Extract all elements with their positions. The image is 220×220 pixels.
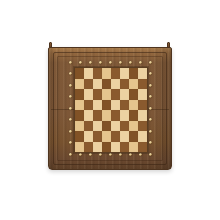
board-square — [93, 142, 102, 153]
board-square — [120, 100, 129, 111]
board-square — [102, 142, 111, 153]
board-square — [111, 131, 120, 142]
board-square — [120, 110, 129, 121]
brass-stud — [69, 95, 72, 98]
board-square — [138, 100, 147, 111]
board-square — [138, 79, 147, 90]
brass-stud — [69, 153, 72, 156]
brass-stud — [69, 84, 72, 87]
board-square — [102, 110, 111, 121]
brass-stud — [89, 61, 92, 64]
board-square — [138, 131, 147, 142]
board-square — [120, 68, 129, 79]
board-square — [75, 142, 84, 153]
board-square — [129, 68, 138, 79]
board-square — [138, 142, 147, 153]
board-square — [111, 142, 120, 153]
brass-stud — [69, 141, 72, 144]
board-square — [120, 131, 129, 142]
board-square — [84, 89, 93, 100]
board-square — [129, 121, 138, 132]
board-square — [84, 100, 93, 111]
board-square — [75, 89, 84, 100]
board-square — [75, 121, 84, 132]
board-square — [129, 89, 138, 100]
brass-stud — [149, 95, 152, 98]
brass-stud — [149, 61, 152, 64]
board-square — [138, 121, 147, 132]
board-square — [93, 68, 102, 79]
brass-stud — [149, 141, 152, 144]
board-square — [84, 131, 93, 142]
brass-stud — [79, 61, 82, 64]
board-square — [111, 79, 120, 90]
board-square — [138, 89, 147, 100]
board-square — [93, 79, 102, 90]
board-square — [75, 110, 84, 121]
brass-stud — [99, 61, 102, 64]
board-square — [84, 121, 93, 132]
board-square — [84, 110, 93, 121]
board-square — [75, 131, 84, 142]
board-square — [84, 79, 93, 90]
board-square — [120, 89, 129, 100]
board-playing-area — [74, 67, 148, 153]
board-square — [102, 121, 111, 132]
board-square — [111, 121, 120, 132]
brass-stud — [69, 72, 72, 75]
board-square — [111, 110, 120, 121]
board-square — [93, 100, 102, 111]
brass-stud — [149, 72, 152, 75]
board-square — [129, 79, 138, 90]
product-photo — [0, 0, 220, 220]
board-square — [129, 131, 138, 142]
board-square — [102, 89, 111, 100]
board-square — [93, 89, 102, 100]
board-square — [84, 142, 93, 153]
board-square — [93, 110, 102, 121]
board-square — [75, 100, 84, 111]
brass-stud — [149, 107, 152, 110]
brass-stud — [139, 61, 142, 64]
board-square — [84, 68, 93, 79]
board-square — [120, 142, 129, 153]
board-square — [102, 68, 111, 79]
brass-stud — [109, 61, 112, 64]
brass-stud — [149, 84, 152, 87]
board-square — [111, 89, 120, 100]
board-square — [120, 121, 129, 132]
board-square — [93, 121, 102, 132]
brass-stud — [149, 130, 152, 133]
board-square — [93, 131, 102, 142]
board-square — [120, 79, 129, 90]
brass-stud — [69, 130, 72, 133]
board-square — [102, 100, 111, 111]
board-square — [102, 79, 111, 90]
board-square — [102, 131, 111, 142]
board-square — [129, 100, 138, 111]
board-square — [75, 68, 84, 79]
brass-stud — [149, 153, 152, 156]
chess-board — [48, 47, 172, 170]
board-square — [75, 79, 84, 90]
board-square — [138, 68, 147, 79]
board-square — [111, 100, 120, 111]
brass-stud — [119, 61, 122, 64]
brass-stud — [129, 61, 132, 64]
brass-stud — [69, 107, 72, 110]
brass-stud — [149, 118, 152, 121]
board-square — [129, 142, 138, 153]
brass-stud — [69, 61, 72, 64]
board-square — [111, 68, 120, 79]
board-square — [138, 110, 147, 121]
board-square — [129, 110, 138, 121]
brass-stud — [69, 118, 72, 121]
